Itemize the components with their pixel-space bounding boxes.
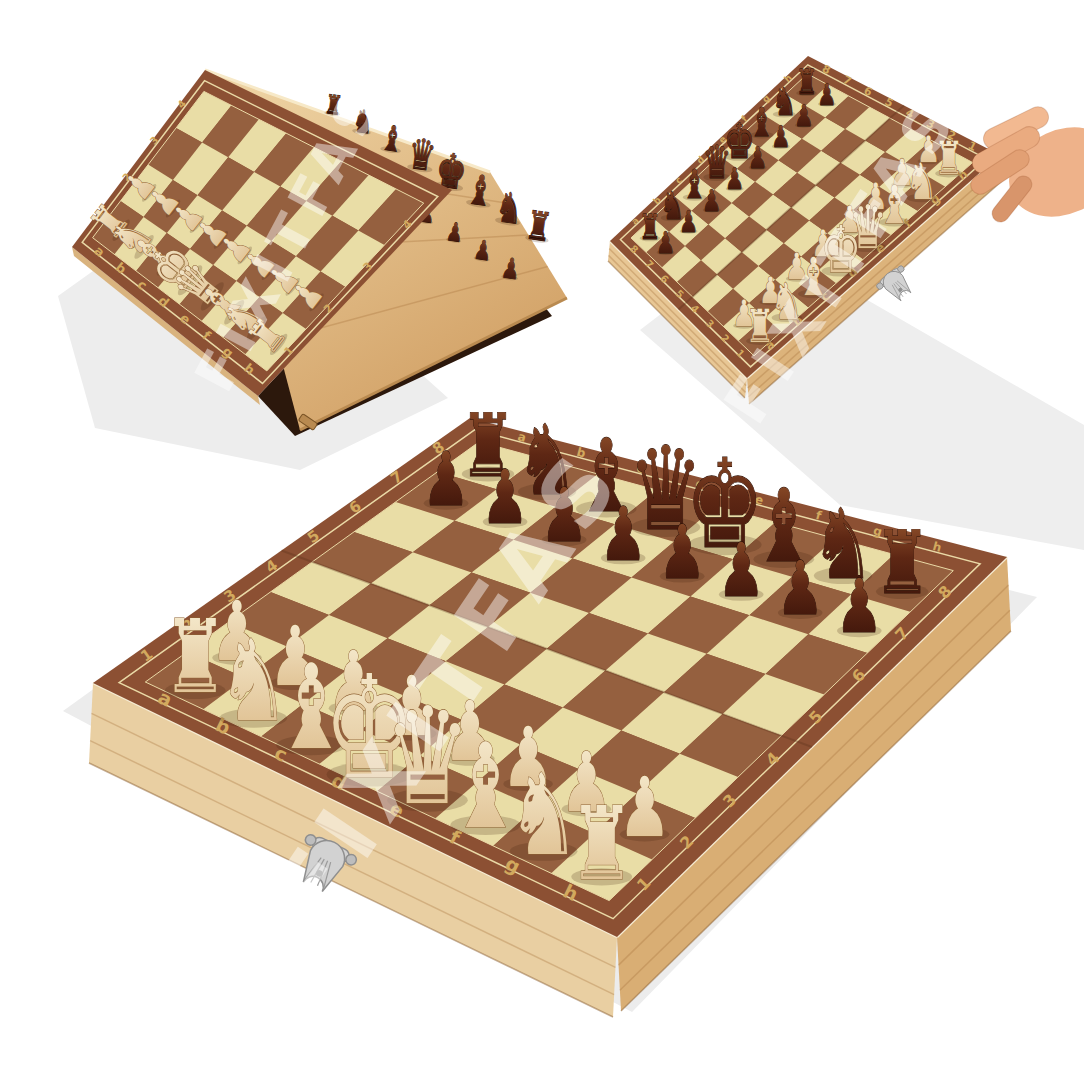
piece-white-rook-h1: ♜ bbox=[934, 132, 963, 185]
svg-text:♟: ♟ bbox=[717, 527, 765, 613]
svg-text:♜: ♜ bbox=[323, 89, 344, 121]
piece-black-pawn-e7: ♟ bbox=[658, 509, 706, 595]
piece-white-knight-b1: ♞ bbox=[770, 272, 803, 331]
svg-text:♜: ♜ bbox=[795, 62, 817, 102]
scene-graphics: abcdefghabcdefgh8765432187654321♜♞♟♝♟♛♟♚… bbox=[0, 0, 1084, 1074]
piece-black-rook: ♜ bbox=[523, 202, 555, 251]
piece-black-pawn-g7: ♟ bbox=[776, 545, 824, 631]
piece-black-knight-g8: ♞ bbox=[772, 79, 797, 124]
piece-white-rook-h1: ♜ bbox=[569, 785, 634, 903]
piece-black-pawn-b7: ♟ bbox=[679, 204, 698, 238]
svg-text:♜: ♜ bbox=[523, 202, 555, 251]
svg-text:♜: ♜ bbox=[745, 299, 774, 352]
piece-white-rook-a1: ♜ bbox=[745, 299, 774, 352]
piece-black-pawn-d7: ♟ bbox=[599, 491, 647, 577]
svg-text:♟: ♟ bbox=[776, 545, 824, 631]
svg-text:♟: ♟ bbox=[540, 472, 588, 558]
svg-text:♟: ♟ bbox=[656, 225, 675, 259]
piece-black-pawn-h7: ♟ bbox=[835, 563, 883, 649]
piece-black-pawn-h7: ♟ bbox=[817, 77, 836, 111]
piece-black-rook: ♜ bbox=[323, 89, 344, 121]
svg-text:♟: ♟ bbox=[702, 183, 721, 217]
piece-black-pawn-e7: ♟ bbox=[748, 141, 767, 175]
piece-black-pawn-a7: ♟ bbox=[422, 436, 470, 522]
svg-text:♟: ♟ bbox=[658, 509, 706, 595]
piece-black-pawn-c7: ♟ bbox=[702, 183, 721, 217]
svg-text:♟: ♟ bbox=[725, 162, 744, 196]
piece-black-pawn-b7: ♟ bbox=[481, 454, 529, 540]
svg-text:♟: ♟ bbox=[679, 204, 698, 238]
svg-text:♜: ♜ bbox=[934, 132, 963, 185]
piece-black-pawn-c7: ♟ bbox=[540, 472, 588, 558]
product-photo: abcdefghabcdefgh8765432187654321♜♞♟♝♟♛♟♚… bbox=[0, 0, 1084, 1074]
svg-text:♟: ♟ bbox=[771, 119, 790, 153]
svg-text:♟: ♟ bbox=[835, 563, 883, 649]
piece-black-pawn-g7: ♟ bbox=[794, 98, 813, 132]
piece-black-rook-h8: ♜ bbox=[795, 62, 817, 102]
svg-text:♟: ♟ bbox=[599, 491, 647, 577]
piece-black-pawn-f7: ♟ bbox=[771, 119, 790, 153]
svg-text:♟: ♟ bbox=[817, 77, 836, 111]
svg-text:♟: ♟ bbox=[422, 436, 470, 522]
svg-text:♞: ♞ bbox=[772, 79, 797, 124]
svg-text:♞: ♞ bbox=[770, 272, 803, 331]
svg-text:♟: ♟ bbox=[481, 454, 529, 540]
svg-text:♟: ♟ bbox=[748, 141, 767, 175]
piece-black-pawn-a7: ♟ bbox=[656, 225, 675, 259]
svg-text:♟: ♟ bbox=[794, 98, 813, 132]
piece-black-pawn-f7: ♟ bbox=[717, 527, 765, 613]
piece-black-pawn-d7: ♟ bbox=[725, 162, 744, 196]
svg-text:♜: ♜ bbox=[569, 785, 634, 903]
hand bbox=[967, 103, 1084, 233]
